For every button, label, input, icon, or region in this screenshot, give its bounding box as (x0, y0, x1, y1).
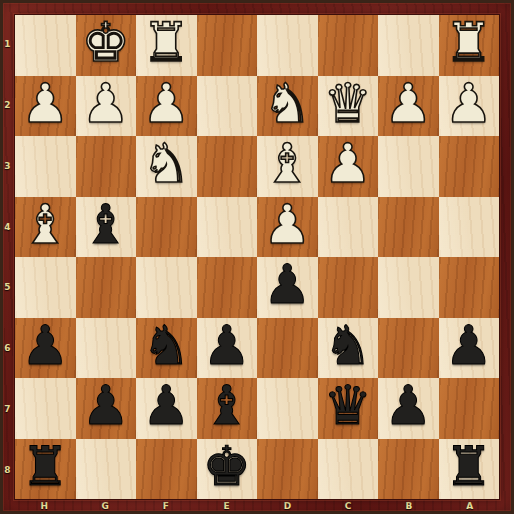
file-label-e: E (196, 499, 257, 513)
square-g3[interactable] (76, 136, 137, 197)
square-a6[interactable]: ♟ (439, 318, 500, 379)
black-pawn-icon[interactable]: ♟ (378, 376, 439, 437)
square-c2[interactable]: ♛ (318, 76, 379, 137)
square-b7[interactable]: ♟ (378, 378, 439, 439)
file-label-h: H (14, 499, 75, 513)
rank-label-3: 3 (1, 136, 14, 197)
square-e2[interactable] (197, 76, 258, 137)
square-c8[interactable] (318, 439, 379, 500)
black-rook-icon[interactable]: ♜ (439, 437, 500, 498)
black-king-icon[interactable]: ♚ (197, 437, 258, 498)
black-pawn-icon[interactable]: ♟ (439, 316, 500, 377)
black-bishop-icon[interactable]: ♝ (197, 376, 258, 437)
square-e5[interactable] (197, 257, 258, 318)
square-h8[interactable]: ♜ (15, 439, 76, 500)
file-label-a: A (439, 499, 500, 513)
black-queen-icon[interactable]: ♛ (318, 376, 379, 437)
square-h4[interactable]: ♝ (15, 197, 76, 258)
white-king-icon[interactable]: ♚ (76, 13, 137, 74)
black-pawn-icon[interactable]: ♟ (257, 255, 318, 316)
white-knight-icon[interactable]: ♞ (257, 74, 318, 135)
square-b4[interactable] (378, 197, 439, 258)
rank-label-2: 2 (1, 75, 14, 136)
square-f8[interactable] (136, 439, 197, 500)
square-d7[interactable] (257, 378, 318, 439)
black-pawn-icon[interactable]: ♟ (76, 376, 137, 437)
square-c4[interactable] (318, 197, 379, 258)
chess-board: ♚♜♜♟♟♟♞♛♟♟♞♝♟♝♝♟♟♟♞♟♞♟♟♟♝♛♟♜♚♜ (14, 14, 500, 500)
square-a8[interactable]: ♜ (439, 439, 500, 500)
white-pawn-icon[interactable]: ♟ (257, 195, 318, 256)
file-label-f: F (136, 499, 197, 513)
white-bishop-icon[interactable]: ♝ (15, 195, 76, 256)
white-pawn-icon[interactable]: ♟ (378, 74, 439, 135)
square-h3[interactable] (15, 136, 76, 197)
square-e7[interactable]: ♝ (197, 378, 258, 439)
square-b3[interactable] (378, 136, 439, 197)
square-b6[interactable] (378, 318, 439, 379)
square-a5[interactable] (439, 257, 500, 318)
white-rook-icon[interactable]: ♜ (136, 13, 197, 74)
square-d2[interactable]: ♞ (257, 76, 318, 137)
square-f4[interactable] (136, 197, 197, 258)
square-d4[interactable]: ♟ (257, 197, 318, 258)
square-b8[interactable] (378, 439, 439, 500)
file-label-d: D (257, 499, 318, 513)
square-g8[interactable] (76, 439, 137, 500)
black-pawn-icon[interactable]: ♟ (197, 316, 258, 377)
rank-label-4: 4 (1, 196, 14, 257)
square-f6[interactable]: ♞ (136, 318, 197, 379)
square-c6[interactable]: ♞ (318, 318, 379, 379)
white-pawn-icon[interactable]: ♟ (76, 74, 137, 135)
square-d6[interactable] (257, 318, 318, 379)
file-label-b: B (379, 499, 440, 513)
square-h2[interactable]: ♟ (15, 76, 76, 137)
square-g4[interactable]: ♝ (76, 197, 137, 258)
square-f2[interactable]: ♟ (136, 76, 197, 137)
square-g6[interactable] (76, 318, 137, 379)
square-d8[interactable] (257, 439, 318, 500)
square-d5[interactable]: ♟ (257, 257, 318, 318)
square-f1[interactable]: ♜ (136, 15, 197, 76)
square-h5[interactable] (15, 257, 76, 318)
square-f3[interactable]: ♞ (136, 136, 197, 197)
square-g2[interactable]: ♟ (76, 76, 137, 137)
black-rook-icon[interactable]: ♜ (15, 437, 76, 498)
square-a4[interactable] (439, 197, 500, 258)
white-pawn-icon[interactable]: ♟ (136, 74, 197, 135)
white-rook-icon[interactable]: ♜ (439, 13, 500, 74)
square-c7[interactable]: ♛ (318, 378, 379, 439)
black-pawn-icon[interactable]: ♟ (136, 376, 197, 437)
white-pawn-icon[interactable]: ♟ (318, 134, 379, 195)
file-label-c: C (318, 499, 379, 513)
white-knight-icon[interactable]: ♞ (136, 134, 197, 195)
black-bishop-icon[interactable]: ♝ (76, 195, 137, 256)
rank-label-8: 8 (1, 439, 14, 500)
white-bishop-icon[interactable]: ♝ (257, 134, 318, 195)
square-c3[interactable]: ♟ (318, 136, 379, 197)
square-e3[interactable] (197, 136, 258, 197)
square-a7[interactable] (439, 378, 500, 439)
rank-label-1: 1 (1, 14, 14, 75)
square-a3[interactable] (439, 136, 500, 197)
square-b1[interactable] (378, 15, 439, 76)
square-g1[interactable]: ♚ (76, 15, 137, 76)
square-h1[interactable] (15, 15, 76, 76)
black-knight-icon[interactable]: ♞ (318, 316, 379, 377)
square-b2[interactable]: ♟ (378, 76, 439, 137)
square-c1[interactable] (318, 15, 379, 76)
square-d3[interactable]: ♝ (257, 136, 318, 197)
square-g7[interactable]: ♟ (76, 378, 137, 439)
square-f7[interactable]: ♟ (136, 378, 197, 439)
square-e8[interactable]: ♚ (197, 439, 258, 500)
white-queen-icon[interactable]: ♛ (318, 74, 379, 135)
white-pawn-icon[interactable]: ♟ (439, 74, 500, 135)
file-labels: HGFEDCBA (14, 499, 500, 513)
square-a2[interactable]: ♟ (439, 76, 500, 137)
rank-labels: 12345678 (1, 14, 14, 500)
rank-label-7: 7 (1, 379, 14, 440)
black-knight-icon[interactable]: ♞ (136, 316, 197, 377)
square-d1[interactable] (257, 15, 318, 76)
square-b5[interactable] (378, 257, 439, 318)
chess-app: 12345678 HGFEDCBA ♚♜♜♟♟♟♞♛♟♟♞♝♟♝♝♟♟♟♞♟♞♟… (0, 0, 514, 514)
square-c5[interactable] (318, 257, 379, 318)
rank-label-5: 5 (1, 257, 14, 318)
black-pawn-icon[interactable]: ♟ (15, 316, 76, 377)
square-e4[interactable] (197, 197, 258, 258)
file-label-g: G (75, 499, 136, 513)
square-f5[interactable] (136, 257, 197, 318)
white-pawn-icon[interactable]: ♟ (15, 74, 76, 135)
square-a1[interactable]: ♜ (439, 15, 500, 76)
square-h6[interactable]: ♟ (15, 318, 76, 379)
square-h7[interactable] (15, 378, 76, 439)
square-g5[interactable] (76, 257, 137, 318)
rank-label-6: 6 (1, 318, 14, 379)
square-e1[interactable] (197, 15, 258, 76)
square-e6[interactable]: ♟ (197, 318, 258, 379)
